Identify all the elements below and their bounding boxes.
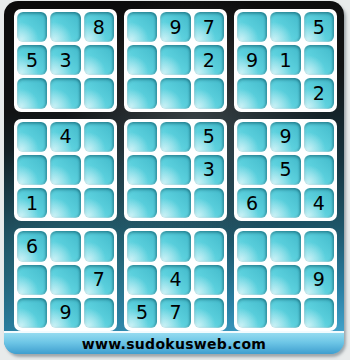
cell-r8c3[interactable]: 7 [84,265,114,295]
cell-r5c1[interactable] [17,155,47,185]
box-2-3: 9564 [234,119,337,222]
site-link[interactable]: www.sudokusweb.com [82,336,266,352]
cell-r6c5[interactable] [160,188,190,218]
cell-r5c2[interactable] [50,155,80,185]
cell-r7c4[interactable] [127,231,157,261]
cell-r3c4[interactable] [127,78,157,108]
cell-r8c9[interactable]: 9 [304,265,334,295]
cell-r2c8[interactable]: 1 [270,45,300,75]
cell-r3c5[interactable] [160,78,190,108]
cell-r1c5[interactable]: 9 [160,12,190,42]
cell-r9c5[interactable]: 7 [160,298,190,328]
cell-r1c1[interactable] [17,12,47,42]
cell-r1c6[interactable]: 7 [194,12,224,42]
cell-r6c8[interactable] [270,188,300,218]
sudoku-frame: 8539725912415395646794579 www.sudokusweb… [4,1,344,354]
cell-r9c3[interactable] [84,298,114,328]
box-1-3: 5912 [234,9,337,112]
cell-r1c9[interactable]: 5 [304,12,334,42]
cell-r1c3[interactable]: 8 [84,12,114,42]
cell-r8c5[interactable]: 4 [160,265,190,295]
cell-r2c6[interactable]: 2 [194,45,224,75]
cell-r8c1[interactable] [17,265,47,295]
cell-r7c1[interactable]: 6 [17,231,47,261]
cell-r6c3[interactable] [84,188,114,218]
cell-r4c2[interactable]: 4 [50,122,80,152]
cell-r4c3[interactable] [84,122,114,152]
cell-r7c3[interactable] [84,231,114,261]
cell-r7c5[interactable] [160,231,190,261]
cell-r6c9[interactable]: 4 [304,188,334,218]
cell-r5c4[interactable] [127,155,157,185]
cell-r7c7[interactable] [237,231,267,261]
cell-r9c9[interactable] [304,298,334,328]
box-1-1: 853 [14,9,117,112]
box-2-2: 53 [124,119,227,222]
box-3-2: 457 [124,228,227,331]
cell-r5c5[interactable] [160,155,190,185]
cell-r9c1[interactable] [17,298,47,328]
cell-r7c8[interactable] [270,231,300,261]
cell-r5c3[interactable] [84,155,114,185]
cell-r3c1[interactable] [17,78,47,108]
cell-r1c7[interactable] [237,12,267,42]
cell-r3c9[interactable]: 2 [304,78,334,108]
box-3-3: 9 [234,228,337,331]
cell-r3c7[interactable] [237,78,267,108]
cell-r8c8[interactable] [270,265,300,295]
cell-r2c2[interactable]: 3 [50,45,80,75]
cell-r2c3[interactable] [84,45,114,75]
cell-r9c6[interactable] [194,298,224,328]
cell-r8c7[interactable] [237,265,267,295]
cell-r9c4[interactable]: 5 [127,298,157,328]
cell-r3c3[interactable] [84,78,114,108]
cell-r5c9[interactable] [304,155,334,185]
cell-r6c1[interactable]: 1 [17,188,47,218]
cell-r6c6[interactable] [194,188,224,218]
cell-r9c2[interactable]: 9 [50,298,80,328]
cell-r6c4[interactable] [127,188,157,218]
cell-r9c8[interactable] [270,298,300,328]
cell-r9c7[interactable] [237,298,267,328]
cell-r4c5[interactable] [160,122,190,152]
cell-r2c7[interactable]: 9 [237,45,267,75]
cell-r4c8[interactable]: 9 [270,122,300,152]
cell-r8c2[interactable] [50,265,80,295]
cell-r2c1[interactable]: 5 [17,45,47,75]
cell-r1c8[interactable] [270,12,300,42]
cell-r4c4[interactable] [127,122,157,152]
cell-r2c5[interactable] [160,45,190,75]
footer-bar: www.sudokusweb.com [4,331,344,354]
box-3-1: 679 [14,228,117,331]
sudoku-board: 8539725912415395646794579 [14,9,337,331]
cell-r5c6[interactable]: 3 [194,155,224,185]
cell-r8c6[interactable] [194,265,224,295]
cell-r4c1[interactable] [17,122,47,152]
cell-r3c8[interactable] [270,78,300,108]
cell-r5c8[interactable]: 5 [270,155,300,185]
cell-r2c4[interactable] [127,45,157,75]
cell-r4c6[interactable]: 5 [194,122,224,152]
cell-r4c7[interactable] [237,122,267,152]
cell-r3c6[interactable] [194,78,224,108]
cell-r2c9[interactable] [304,45,334,75]
box-2-1: 41 [14,119,117,222]
cell-r5c7[interactable] [237,155,267,185]
cell-r1c2[interactable] [50,12,80,42]
cell-r6c7[interactable]: 6 [237,188,267,218]
cell-r8c4[interactable] [127,265,157,295]
cell-r7c9[interactable] [304,231,334,261]
cell-r7c6[interactable] [194,231,224,261]
cell-r6c2[interactable] [50,188,80,218]
cell-r3c2[interactable] [50,78,80,108]
cell-r4c9[interactable] [304,122,334,152]
box-1-2: 972 [124,9,227,112]
cell-r7c2[interactable] [50,231,80,261]
cell-r1c4[interactable] [127,12,157,42]
